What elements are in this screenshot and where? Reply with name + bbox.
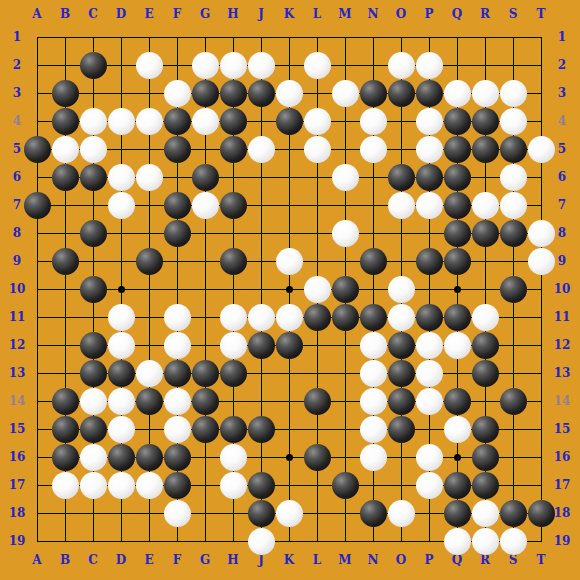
- intersection-M8[interactable]: [331, 219, 359, 247]
- intersection-C3[interactable]: [79, 79, 107, 107]
- intersection-C1[interactable]: [79, 23, 107, 51]
- intersection-L4[interactable]: [303, 107, 331, 135]
- intersection-E18[interactable]: [135, 499, 163, 527]
- intersection-L7[interactable]: [303, 191, 331, 219]
- intersection-T6[interactable]: [527, 163, 555, 191]
- intersection-C4[interactable]: [79, 107, 107, 135]
- intersection-T3[interactable]: [527, 79, 555, 107]
- intersection-L2[interactable]: [303, 51, 331, 79]
- intersection-R4[interactable]: [471, 107, 499, 135]
- intersection-F6[interactable]: [163, 163, 191, 191]
- intersection-Q1[interactable]: [443, 23, 471, 51]
- intersection-S19[interactable]: [499, 527, 527, 555]
- intersection-Q16[interactable]: [443, 443, 471, 471]
- intersection-L13[interactable]: [303, 359, 331, 387]
- intersection-H4[interactable]: [219, 107, 247, 135]
- intersection-B15[interactable]: [51, 415, 79, 443]
- intersection-J14[interactable]: [247, 387, 275, 415]
- intersection-E6[interactable]: [135, 163, 163, 191]
- intersection-D9[interactable]: [107, 247, 135, 275]
- intersection-E19[interactable]: [135, 527, 163, 555]
- intersection-D17[interactable]: [107, 471, 135, 499]
- intersection-M17[interactable]: [331, 471, 359, 499]
- intersection-M18[interactable]: [331, 499, 359, 527]
- intersection-P7[interactable]: [415, 191, 443, 219]
- intersection-B16[interactable]: [51, 443, 79, 471]
- intersection-R19[interactable]: [471, 527, 499, 555]
- intersection-E8[interactable]: [135, 219, 163, 247]
- intersection-A7[interactable]: [23, 191, 51, 219]
- intersection-K1[interactable]: [275, 23, 303, 51]
- intersection-Q17[interactable]: [443, 471, 471, 499]
- intersection-A18[interactable]: [23, 499, 51, 527]
- intersection-P9[interactable]: [415, 247, 443, 275]
- intersection-M10[interactable]: [331, 275, 359, 303]
- intersection-C5[interactable]: [79, 135, 107, 163]
- intersection-R13[interactable]: [471, 359, 499, 387]
- intersection-J13[interactable]: [247, 359, 275, 387]
- intersection-D14[interactable]: [107, 387, 135, 415]
- intersection-E5[interactable]: [135, 135, 163, 163]
- intersection-B7[interactable]: [51, 191, 79, 219]
- intersection-H14[interactable]: [219, 387, 247, 415]
- intersection-N3[interactable]: [359, 79, 387, 107]
- intersection-C14[interactable]: [79, 387, 107, 415]
- intersection-G12[interactable]: [191, 331, 219, 359]
- intersection-E15[interactable]: [135, 415, 163, 443]
- intersection-S15[interactable]: [499, 415, 527, 443]
- intersection-B19[interactable]: [51, 527, 79, 555]
- intersection-M4[interactable]: [331, 107, 359, 135]
- intersection-J8[interactable]: [247, 219, 275, 247]
- intersection-T15[interactable]: [527, 415, 555, 443]
- intersection-P5[interactable]: [415, 135, 443, 163]
- intersection-D3[interactable]: [107, 79, 135, 107]
- intersection-J10[interactable]: [247, 275, 275, 303]
- intersection-E14[interactable]: [135, 387, 163, 415]
- intersection-E9[interactable]: [135, 247, 163, 275]
- intersection-M13[interactable]: [331, 359, 359, 387]
- intersection-H12[interactable]: [219, 331, 247, 359]
- intersection-B9[interactable]: [51, 247, 79, 275]
- intersection-S11[interactable]: [499, 303, 527, 331]
- intersection-E1[interactable]: [135, 23, 163, 51]
- intersection-H17[interactable]: [219, 471, 247, 499]
- intersection-A12[interactable]: [23, 331, 51, 359]
- intersection-G4[interactable]: [191, 107, 219, 135]
- intersection-Q18[interactable]: [443, 499, 471, 527]
- intersection-P10[interactable]: [415, 275, 443, 303]
- intersection-C10[interactable]: [79, 275, 107, 303]
- intersection-C18[interactable]: [79, 499, 107, 527]
- intersection-O2[interactable]: [387, 51, 415, 79]
- intersection-M3[interactable]: [331, 79, 359, 107]
- intersection-F18[interactable]: [163, 499, 191, 527]
- intersection-F10[interactable]: [163, 275, 191, 303]
- intersection-N1[interactable]: [359, 23, 387, 51]
- intersection-N9[interactable]: [359, 247, 387, 275]
- intersection-L5[interactable]: [303, 135, 331, 163]
- intersection-D5[interactable]: [107, 135, 135, 163]
- intersection-K5[interactable]: [275, 135, 303, 163]
- intersection-S3[interactable]: [499, 79, 527, 107]
- intersection-P14[interactable]: [415, 387, 443, 415]
- intersection-A11[interactable]: [23, 303, 51, 331]
- intersection-K14[interactable]: [275, 387, 303, 415]
- intersection-R5[interactable]: [471, 135, 499, 163]
- intersection-Q12[interactable]: [443, 331, 471, 359]
- intersection-E17[interactable]: [135, 471, 163, 499]
- intersection-A14[interactable]: [23, 387, 51, 415]
- intersection-C17[interactable]: [79, 471, 107, 499]
- intersection-J15[interactable]: [247, 415, 275, 443]
- intersection-F8[interactable]: [163, 219, 191, 247]
- intersection-F13[interactable]: [163, 359, 191, 387]
- intersection-P12[interactable]: [415, 331, 443, 359]
- intersection-D16[interactable]: [107, 443, 135, 471]
- intersection-M12[interactable]: [331, 331, 359, 359]
- intersection-F15[interactable]: [163, 415, 191, 443]
- intersection-N11[interactable]: [359, 303, 387, 331]
- intersection-T7[interactable]: [527, 191, 555, 219]
- intersection-E12[interactable]: [135, 331, 163, 359]
- intersection-Q9[interactable]: [443, 247, 471, 275]
- intersection-N6[interactable]: [359, 163, 387, 191]
- intersection-A6[interactable]: [23, 163, 51, 191]
- intersection-O14[interactable]: [387, 387, 415, 415]
- intersection-K7[interactable]: [275, 191, 303, 219]
- intersection-N19[interactable]: [359, 527, 387, 555]
- intersection-O4[interactable]: [387, 107, 415, 135]
- intersection-K3[interactable]: [275, 79, 303, 107]
- intersection-O8[interactable]: [387, 219, 415, 247]
- intersection-E10[interactable]: [135, 275, 163, 303]
- intersection-T17[interactable]: [527, 471, 555, 499]
- intersection-S12[interactable]: [499, 331, 527, 359]
- intersection-R14[interactable]: [471, 387, 499, 415]
- intersection-K2[interactable]: [275, 51, 303, 79]
- intersection-L17[interactable]: [303, 471, 331, 499]
- intersection-C15[interactable]: [79, 415, 107, 443]
- intersection-A9[interactable]: [23, 247, 51, 275]
- intersection-O3[interactable]: [387, 79, 415, 107]
- intersection-H18[interactable]: [219, 499, 247, 527]
- intersection-E7[interactable]: [135, 191, 163, 219]
- intersection-R9[interactable]: [471, 247, 499, 275]
- intersection-B10[interactable]: [51, 275, 79, 303]
- intersection-M2[interactable]: [331, 51, 359, 79]
- intersection-P19[interactable]: [415, 527, 443, 555]
- intersection-P11[interactable]: [415, 303, 443, 331]
- intersection-G19[interactable]: [191, 527, 219, 555]
- intersection-P4[interactable]: [415, 107, 443, 135]
- intersection-K19[interactable]: [275, 527, 303, 555]
- intersection-S18[interactable]: [499, 499, 527, 527]
- intersection-S4[interactable]: [499, 107, 527, 135]
- intersection-L11[interactable]: [303, 303, 331, 331]
- intersection-K15[interactable]: [275, 415, 303, 443]
- intersection-F1[interactable]: [163, 23, 191, 51]
- intersection-S5[interactable]: [499, 135, 527, 163]
- intersection-M5[interactable]: [331, 135, 359, 163]
- intersection-B3[interactable]: [51, 79, 79, 107]
- intersection-R15[interactable]: [471, 415, 499, 443]
- intersection-B14[interactable]: [51, 387, 79, 415]
- intersection-T10[interactable]: [527, 275, 555, 303]
- intersection-H6[interactable]: [219, 163, 247, 191]
- intersection-M15[interactable]: [331, 415, 359, 443]
- intersection-N13[interactable]: [359, 359, 387, 387]
- intersection-N7[interactable]: [359, 191, 387, 219]
- intersection-H10[interactable]: [219, 275, 247, 303]
- intersection-G3[interactable]: [191, 79, 219, 107]
- intersection-C2[interactable]: [79, 51, 107, 79]
- intersection-E11[interactable]: [135, 303, 163, 331]
- intersection-G10[interactable]: [191, 275, 219, 303]
- intersection-M19[interactable]: [331, 527, 359, 555]
- intersection-F17[interactable]: [163, 471, 191, 499]
- intersection-J9[interactable]: [247, 247, 275, 275]
- intersection-Q14[interactable]: [443, 387, 471, 415]
- intersection-P13[interactable]: [415, 359, 443, 387]
- intersection-E16[interactable]: [135, 443, 163, 471]
- intersection-C9[interactable]: [79, 247, 107, 275]
- intersection-T9[interactable]: [527, 247, 555, 275]
- intersection-L12[interactable]: [303, 331, 331, 359]
- intersection-A13[interactable]: [23, 359, 51, 387]
- intersection-Q6[interactable]: [443, 163, 471, 191]
- intersection-C11[interactable]: [79, 303, 107, 331]
- intersection-A8[interactable]: [23, 219, 51, 247]
- intersection-R17[interactable]: [471, 471, 499, 499]
- intersection-A1[interactable]: [23, 23, 51, 51]
- intersection-B8[interactable]: [51, 219, 79, 247]
- intersection-N18[interactable]: [359, 499, 387, 527]
- intersection-F11[interactable]: [163, 303, 191, 331]
- intersection-F2[interactable]: [163, 51, 191, 79]
- intersection-G16[interactable]: [191, 443, 219, 471]
- intersection-S10[interactable]: [499, 275, 527, 303]
- intersection-R11[interactable]: [471, 303, 499, 331]
- intersection-F4[interactable]: [163, 107, 191, 135]
- intersection-J12[interactable]: [247, 331, 275, 359]
- intersection-O17[interactable]: [387, 471, 415, 499]
- intersection-T1[interactable]: [527, 23, 555, 51]
- intersection-O10[interactable]: [387, 275, 415, 303]
- intersection-N15[interactable]: [359, 415, 387, 443]
- intersection-P18[interactable]: [415, 499, 443, 527]
- intersection-S14[interactable]: [499, 387, 527, 415]
- intersection-O11[interactable]: [387, 303, 415, 331]
- intersection-P16[interactable]: [415, 443, 443, 471]
- intersection-R16[interactable]: [471, 443, 499, 471]
- intersection-Q15[interactable]: [443, 415, 471, 443]
- intersection-Q8[interactable]: [443, 219, 471, 247]
- intersection-M11[interactable]: [331, 303, 359, 331]
- intersection-G15[interactable]: [191, 415, 219, 443]
- intersection-B13[interactable]: [51, 359, 79, 387]
- intersection-M16[interactable]: [331, 443, 359, 471]
- intersection-Q7[interactable]: [443, 191, 471, 219]
- intersection-O18[interactable]: [387, 499, 415, 527]
- intersection-N8[interactable]: [359, 219, 387, 247]
- intersection-Q13[interactable]: [443, 359, 471, 387]
- intersection-D11[interactable]: [107, 303, 135, 331]
- intersection-A17[interactable]: [23, 471, 51, 499]
- intersection-J7[interactable]: [247, 191, 275, 219]
- intersection-H8[interactable]: [219, 219, 247, 247]
- intersection-J6[interactable]: [247, 163, 275, 191]
- intersection-L6[interactable]: [303, 163, 331, 191]
- intersection-P8[interactable]: [415, 219, 443, 247]
- intersection-E4[interactable]: [135, 107, 163, 135]
- intersection-F3[interactable]: [163, 79, 191, 107]
- intersection-T16[interactable]: [527, 443, 555, 471]
- intersection-F14[interactable]: [163, 387, 191, 415]
- intersection-G14[interactable]: [191, 387, 219, 415]
- intersection-S17[interactable]: [499, 471, 527, 499]
- intersection-D2[interactable]: [107, 51, 135, 79]
- intersection-Q11[interactable]: [443, 303, 471, 331]
- intersection-G9[interactable]: [191, 247, 219, 275]
- intersection-T19[interactable]: [527, 527, 555, 555]
- intersection-H11[interactable]: [219, 303, 247, 331]
- intersection-D19[interactable]: [107, 527, 135, 555]
- intersection-M1[interactable]: [331, 23, 359, 51]
- intersection-H13[interactable]: [219, 359, 247, 387]
- intersection-C12[interactable]: [79, 331, 107, 359]
- intersection-S13[interactable]: [499, 359, 527, 387]
- intersection-K8[interactable]: [275, 219, 303, 247]
- intersection-O1[interactable]: [387, 23, 415, 51]
- intersection-O19[interactable]: [387, 527, 415, 555]
- intersection-O12[interactable]: [387, 331, 415, 359]
- intersection-H9[interactable]: [219, 247, 247, 275]
- intersection-G5[interactable]: [191, 135, 219, 163]
- intersection-A3[interactable]: [23, 79, 51, 107]
- intersection-K9[interactable]: [275, 247, 303, 275]
- intersection-G1[interactable]: [191, 23, 219, 51]
- intersection-O5[interactable]: [387, 135, 415, 163]
- intersection-G8[interactable]: [191, 219, 219, 247]
- intersection-B17[interactable]: [51, 471, 79, 499]
- intersection-D10[interactable]: [107, 275, 135, 303]
- intersection-M6[interactable]: [331, 163, 359, 191]
- intersection-S6[interactable]: [499, 163, 527, 191]
- intersection-H1[interactable]: [219, 23, 247, 51]
- intersection-O16[interactable]: [387, 443, 415, 471]
- intersection-F7[interactable]: [163, 191, 191, 219]
- intersection-E2[interactable]: [135, 51, 163, 79]
- intersection-D8[interactable]: [107, 219, 135, 247]
- intersection-K4[interactable]: [275, 107, 303, 135]
- intersection-F9[interactable]: [163, 247, 191, 275]
- intersection-J2[interactable]: [247, 51, 275, 79]
- intersection-F12[interactable]: [163, 331, 191, 359]
- intersection-M7[interactable]: [331, 191, 359, 219]
- intersection-B2[interactable]: [51, 51, 79, 79]
- intersection-K13[interactable]: [275, 359, 303, 387]
- intersection-P17[interactable]: [415, 471, 443, 499]
- intersection-T13[interactable]: [527, 359, 555, 387]
- intersection-R8[interactable]: [471, 219, 499, 247]
- intersection-Q2[interactable]: [443, 51, 471, 79]
- intersection-B11[interactable]: [51, 303, 79, 331]
- intersection-B4[interactable]: [51, 107, 79, 135]
- intersection-Q5[interactable]: [443, 135, 471, 163]
- intersection-J3[interactable]: [247, 79, 275, 107]
- intersection-A19[interactable]: [23, 527, 51, 555]
- intersection-D13[interactable]: [107, 359, 135, 387]
- intersection-R7[interactable]: [471, 191, 499, 219]
- intersection-H7[interactable]: [219, 191, 247, 219]
- intersection-D18[interactable]: [107, 499, 135, 527]
- intersection-K12[interactable]: [275, 331, 303, 359]
- intersection-O9[interactable]: [387, 247, 415, 275]
- intersection-E3[interactable]: [135, 79, 163, 107]
- intersection-S1[interactable]: [499, 23, 527, 51]
- intersection-D4[interactable]: [107, 107, 135, 135]
- intersection-R2[interactable]: [471, 51, 499, 79]
- intersection-P15[interactable]: [415, 415, 443, 443]
- intersection-A2[interactable]: [23, 51, 51, 79]
- intersection-T11[interactable]: [527, 303, 555, 331]
- intersection-G18[interactable]: [191, 499, 219, 527]
- intersection-G6[interactable]: [191, 163, 219, 191]
- intersection-B18[interactable]: [51, 499, 79, 527]
- intersection-H15[interactable]: [219, 415, 247, 443]
- intersection-L14[interactable]: [303, 387, 331, 415]
- intersection-F19[interactable]: [163, 527, 191, 555]
- intersection-K11[interactable]: [275, 303, 303, 331]
- intersection-M14[interactable]: [331, 387, 359, 415]
- intersection-A16[interactable]: [23, 443, 51, 471]
- intersection-J11[interactable]: [247, 303, 275, 331]
- intersection-G17[interactable]: [191, 471, 219, 499]
- intersection-J17[interactable]: [247, 471, 275, 499]
- intersection-T8[interactable]: [527, 219, 555, 247]
- intersection-O15[interactable]: [387, 415, 415, 443]
- intersection-C8[interactable]: [79, 219, 107, 247]
- intersection-P2[interactable]: [415, 51, 443, 79]
- intersection-B1[interactable]: [51, 23, 79, 51]
- intersection-R12[interactable]: [471, 331, 499, 359]
- intersection-D1[interactable]: [107, 23, 135, 51]
- intersection-K10[interactable]: [275, 275, 303, 303]
- intersection-A5[interactable]: [23, 135, 51, 163]
- intersection-T12[interactable]: [527, 331, 555, 359]
- intersection-A4[interactable]: [23, 107, 51, 135]
- intersection-R18[interactable]: [471, 499, 499, 527]
- intersection-D6[interactable]: [107, 163, 135, 191]
- intersection-H5[interactable]: [219, 135, 247, 163]
- intersection-K6[interactable]: [275, 163, 303, 191]
- intersection-P1[interactable]: [415, 23, 443, 51]
- intersection-S16[interactable]: [499, 443, 527, 471]
- intersection-T4[interactable]: [527, 107, 555, 135]
- intersection-H16[interactable]: [219, 443, 247, 471]
- intersection-C7[interactable]: [79, 191, 107, 219]
- intersection-F5[interactable]: [163, 135, 191, 163]
- intersection-N2[interactable]: [359, 51, 387, 79]
- intersection-G13[interactable]: [191, 359, 219, 387]
- intersection-N16[interactable]: [359, 443, 387, 471]
- intersection-Q4[interactable]: [443, 107, 471, 135]
- intersection-C6[interactable]: [79, 163, 107, 191]
- intersection-T14[interactable]: [527, 387, 555, 415]
- intersection-G7[interactable]: [191, 191, 219, 219]
- intersection-H3[interactable]: [219, 79, 247, 107]
